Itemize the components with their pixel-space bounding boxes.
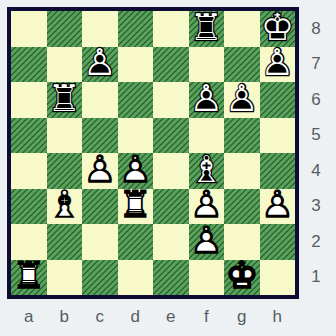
- square-c5[interactable]: [82, 118, 118, 154]
- square-e7[interactable]: [153, 47, 189, 83]
- square-b5[interactable]: [47, 118, 83, 154]
- white-bishop-b3: ♝♗: [47, 189, 83, 225]
- rank-label-5: 5: [299, 118, 333, 154]
- square-c2[interactable]: [82, 224, 118, 260]
- black-king-h8: ♚♔: [260, 11, 296, 47]
- pawn-glyph-detail: ♙: [83, 44, 116, 81]
- square-c8[interactable]: [82, 11, 118, 47]
- file-label-a: a: [11, 300, 47, 334]
- file-label-e: e: [153, 300, 189, 334]
- file-labels: abcdefgh: [11, 300, 295, 334]
- bishop-glyph-fill: ♝: [48, 186, 81, 223]
- rank-label-4: 4: [299, 153, 333, 189]
- pawn-glyph-fill: ♟: [225, 80, 258, 117]
- square-d1[interactable]: [118, 260, 154, 296]
- square-a5[interactable]: [11, 118, 47, 154]
- rook-glyph-fill: ♜: [190, 9, 223, 46]
- square-b4[interactable]: [47, 153, 83, 189]
- black-pawn-c7: ♟♙: [82, 47, 118, 83]
- square-e6[interactable]: [153, 82, 189, 118]
- rank-label-1: 1: [299, 260, 333, 296]
- pawn-glyph-fill: ♟: [261, 186, 294, 223]
- rook-glyph-detail: ♖: [12, 257, 45, 294]
- king-glyph-detail: ♔: [225, 257, 258, 294]
- white-pawn-c4: ♟♙: [82, 153, 118, 189]
- pawn-glyph-detail: ♙: [190, 222, 223, 259]
- pawn-glyph-detail: ♙: [119, 151, 152, 188]
- square-f6[interactable]: ♟♙: [189, 82, 225, 118]
- square-d2[interactable]: [118, 224, 154, 260]
- square-h8[interactable]: ♚♔: [260, 11, 296, 47]
- white-rook-d3: ♜♖: [118, 189, 154, 225]
- square-f1[interactable]: [189, 260, 225, 296]
- king-glyph-fill: ♚: [225, 257, 258, 294]
- square-f7[interactable]: [189, 47, 225, 83]
- square-h4[interactable]: [260, 153, 296, 189]
- square-c1[interactable]: [82, 260, 118, 296]
- square-g4[interactable]: [224, 153, 260, 189]
- pawn-glyph-fill: ♟: [261, 44, 294, 81]
- chess-board: ♜♖♚♔♟♙♟♙♜♖♟♙♟♙♟♙♟♙♝♗♝♗♜♖♟♙♟♙♟♙♜♖♚♔: [11, 11, 295, 295]
- white-king-g1: ♚♔: [224, 260, 260, 296]
- square-f4[interactable]: ♝♗: [189, 153, 225, 189]
- square-e5[interactable]: [153, 118, 189, 154]
- file-label-g: g: [224, 300, 260, 334]
- file-label-c: c: [82, 300, 118, 334]
- square-g8[interactable]: [224, 11, 260, 47]
- board-frame: ♜♖♚♔♟♙♟♙♜♖♟♙♟♙♟♙♟♙♝♗♝♗♜♖♟♙♟♙♟♙♜♖♚♔: [7, 7, 299, 299]
- bishop-glyph-detail: ♗: [190, 151, 223, 188]
- white-pawn-f3: ♟♙: [189, 189, 225, 225]
- bishop-glyph-detail: ♗: [48, 186, 81, 223]
- square-a8[interactable]: [11, 11, 47, 47]
- pawn-glyph-fill: ♟: [190, 80, 223, 117]
- rank-labels: 87654321: [299, 11, 333, 295]
- file-label-b: b: [47, 300, 83, 334]
- pawn-glyph-detail: ♙: [261, 44, 294, 81]
- bishop-glyph-fill: ♝: [190, 151, 223, 188]
- square-g6[interactable]: ♟♙: [224, 82, 260, 118]
- black-pawn-h7: ♟♙: [260, 47, 296, 83]
- square-g7[interactable]: [224, 47, 260, 83]
- square-h2[interactable]: [260, 224, 296, 260]
- square-b3[interactable]: ♝♗: [47, 189, 83, 225]
- pawn-glyph-detail: ♙: [190, 186, 223, 223]
- square-g2[interactable]: [224, 224, 260, 260]
- square-a7[interactable]: [11, 47, 47, 83]
- file-label-h: h: [260, 300, 296, 334]
- pawn-glyph-detail: ♙: [190, 80, 223, 117]
- file-label-d: d: [118, 300, 154, 334]
- pawn-glyph-fill: ♟: [190, 186, 223, 223]
- black-pawn-g6: ♟♙: [224, 82, 260, 118]
- square-b7[interactable]: [47, 47, 83, 83]
- square-c4[interactable]: ♟♙: [82, 153, 118, 189]
- square-h6[interactable]: [260, 82, 296, 118]
- pawn-glyph-detail: ♙: [225, 80, 258, 117]
- pawn-glyph-fill: ♟: [119, 151, 152, 188]
- rook-glyph-fill: ♜: [48, 80, 81, 117]
- square-d4[interactable]: ♟♙: [118, 153, 154, 189]
- square-e2[interactable]: [153, 224, 189, 260]
- square-d3[interactable]: ♜♖: [118, 189, 154, 225]
- square-f3[interactable]: ♟♙: [189, 189, 225, 225]
- black-bishop-f4: ♝♗: [189, 153, 225, 189]
- square-g5[interactable]: [224, 118, 260, 154]
- square-e3[interactable]: [153, 189, 189, 225]
- white-pawn-h3: ♟♙: [260, 189, 296, 225]
- pawn-glyph-fill: ♟: [83, 151, 116, 188]
- rank-label-3: 3: [299, 189, 333, 225]
- square-h1[interactable]: [260, 260, 296, 296]
- pawn-glyph-detail: ♙: [83, 151, 116, 188]
- square-e4[interactable]: [153, 153, 189, 189]
- rank-label-8: 8: [299, 11, 333, 47]
- king-glyph-fill: ♚: [261, 9, 294, 46]
- black-pawn-f6: ♟♙: [189, 82, 225, 118]
- square-d7[interactable]: [118, 47, 154, 83]
- square-b8[interactable]: [47, 11, 83, 47]
- square-c3[interactable]: [82, 189, 118, 225]
- chess-diagram: ♜♖♚♔♟♙♟♙♜♖♟♙♟♙♟♙♟♙♝♗♝♗♜♖♟♙♟♙♟♙♜♖♚♔ 87654…: [0, 0, 336, 336]
- rook-glyph-detail: ♖: [119, 186, 152, 223]
- square-f2[interactable]: ♟♙: [189, 224, 225, 260]
- file-label-f: f: [189, 300, 225, 334]
- square-b2[interactable]: [47, 224, 83, 260]
- square-h3[interactable]: ♟♙: [260, 189, 296, 225]
- square-a4[interactable]: [11, 153, 47, 189]
- rank-label-7: 7: [299, 47, 333, 83]
- rook-glyph-detail: ♖: [48, 80, 81, 117]
- square-h5[interactable]: [260, 118, 296, 154]
- square-f8[interactable]: ♜♖: [189, 11, 225, 47]
- rank-label-2: 2: [299, 224, 333, 260]
- rook-glyph-fill: ♜: [119, 186, 152, 223]
- square-c6[interactable]: [82, 82, 118, 118]
- square-b1[interactable]: [47, 260, 83, 296]
- black-rook-b6: ♜♖: [47, 82, 83, 118]
- square-g1[interactable]: ♚♔: [224, 260, 260, 296]
- square-c7[interactable]: ♟♙: [82, 47, 118, 83]
- square-e8[interactable]: [153, 11, 189, 47]
- square-a3[interactable]: [11, 189, 47, 225]
- rook-glyph-detail: ♖: [190, 9, 223, 46]
- white-rook-a1: ♜♖: [11, 260, 47, 296]
- square-d8[interactable]: [118, 11, 154, 47]
- rank-label-6: 6: [299, 82, 333, 118]
- black-rook-f8: ♜♖: [189, 11, 225, 47]
- square-f5[interactable]: [189, 118, 225, 154]
- square-a2[interactable]: [11, 224, 47, 260]
- white-pawn-d4: ♟♙: [118, 153, 154, 189]
- square-d6[interactable]: [118, 82, 154, 118]
- square-d5[interactable]: [118, 118, 154, 154]
- rook-glyph-fill: ♜: [12, 257, 45, 294]
- white-pawn-f2: ♟♙: [189, 224, 225, 260]
- pawn-glyph-fill: ♟: [83, 44, 116, 81]
- pawn-glyph-fill: ♟: [190, 222, 223, 259]
- square-a6[interactable]: [11, 82, 47, 118]
- square-e1[interactable]: [153, 260, 189, 296]
- square-b6[interactable]: ♜♖: [47, 82, 83, 118]
- square-g3[interactable]: [224, 189, 260, 225]
- square-h7[interactable]: ♟♙: [260, 47, 296, 83]
- square-a1[interactable]: ♜♖: [11, 260, 47, 296]
- king-glyph-detail: ♔: [261, 9, 294, 46]
- pawn-glyph-detail: ♙: [261, 186, 294, 223]
